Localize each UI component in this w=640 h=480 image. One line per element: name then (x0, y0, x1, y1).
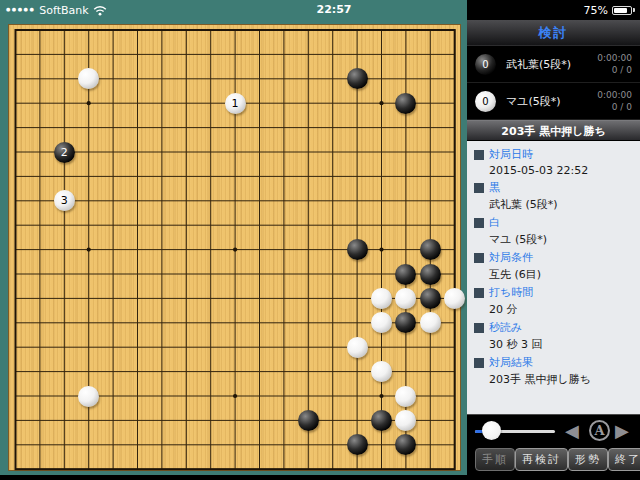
player-list: 0武礼葉(5段*)0:00:000 / 00マユ(5段*)0:00:000 / … (467, 46, 640, 120)
bottom-strip (0, 475, 640, 480)
go-board[interactable]: 123 (8, 24, 461, 471)
bullet-square-icon (474, 253, 484, 263)
info-value: 30 秒 3 回 (489, 337, 633, 352)
player-clock: 0:00:000 / 0 (597, 89, 632, 113)
battery-percent-label: 75% (584, 4, 608, 17)
go-stone-white (78, 386, 99, 407)
go-stone-black (347, 434, 368, 455)
next-move-button[interactable]: ▶ (615, 419, 629, 443)
info-label: 黒 (489, 180, 500, 195)
app-screen: ●●●●● SoftBank 22:57 75% 123 検討 0武礼葉(5段*… (0, 0, 640, 480)
game-info-list: 対局日時2015-05-03 22:52黒武礼葉 (5段*)白マユ (5段*)対… (467, 141, 640, 414)
go-stone-black: 2 (54, 142, 75, 163)
black-stone-capture-icon: 0 (475, 54, 496, 75)
playback-controls: ◀ A ▶ (467, 414, 640, 447)
info-item: 白マユ (5段*) (474, 215, 633, 247)
result-header-bar: 203手 黒中押し勝ち (467, 120, 640, 141)
go-stone-black (347, 68, 368, 89)
player-name: 武礼葉(5段*) (506, 57, 571, 72)
info-item: 対局日時2015-05-03 22:52 (474, 147, 633, 177)
player-clock: 0:00:000 / 0 (597, 52, 632, 76)
info-label: 秒読み (489, 320, 522, 335)
info-value: 互先 (6目) (489, 267, 633, 282)
player-time: 0:00:00 (597, 52, 632, 64)
go-stone-black (395, 93, 416, 114)
info-value: 20 分 (489, 302, 633, 317)
info-label: 対局条件 (489, 250, 533, 265)
info-value: マユ (5段*) (489, 232, 633, 247)
go-stone-black (371, 410, 392, 431)
player-row[interactable]: 0マユ(5段*)0:00:000 / 0 (467, 83, 640, 120)
exit-button[interactable]: 終了 (608, 448, 640, 471)
bullet-square-icon (474, 358, 484, 368)
info-value: 2015-05-03 22:52 (489, 164, 633, 177)
go-stone-white: 1 (225, 93, 246, 114)
go-stone-black (420, 239, 441, 260)
battery-tip-icon (633, 8, 635, 12)
bullet-square-icon (474, 288, 484, 298)
info-value: 武礼葉 (5段*) (489, 197, 633, 212)
prev-move-button[interactable]: ◀ (565, 419, 579, 443)
go-stone-black (420, 264, 441, 285)
clock-label: 22:57 (14, 0, 640, 20)
go-stone-white: 3 (54, 190, 75, 211)
battery-icon (612, 6, 632, 15)
info-item: 黒武礼葉 (5段*) (474, 180, 633, 212)
review-button[interactable]: 検討 (467, 20, 640, 46)
go-stone-white (395, 386, 416, 407)
info-value: 203手 黒中押し勝ち (489, 372, 633, 387)
status-bar-battery: 75% (584, 0, 635, 20)
info-item: 秒読み30 秒 3 回 (474, 320, 633, 352)
auto-play-button[interactable]: A (589, 420, 610, 441)
go-stone-white (371, 288, 392, 309)
info-label: 対局日時 (489, 147, 533, 162)
go-stone-white (347, 337, 368, 358)
bullet-square-icon (474, 218, 484, 228)
go-stone-black (420, 288, 441, 309)
info-label: 対局結果 (489, 355, 533, 370)
info-item: 打ち時間20 分 (474, 285, 633, 317)
status-bar: ●●●●● SoftBank 22:57 75% (0, 0, 640, 20)
go-stone-white (444, 288, 465, 309)
info-label: 白 (489, 215, 500, 230)
player-time: 0:00:00 (597, 89, 632, 101)
bullet-square-icon (474, 323, 484, 333)
sidebar: 検討 0武礼葉(5段*)0:00:000 / 00マユ(5段*)0:00:000… (467, 20, 640, 480)
white-stone-capture-icon: 0 (475, 91, 496, 112)
moves-button[interactable]: 手順 (475, 448, 515, 471)
re-review-button[interactable]: 再検討 (515, 448, 568, 471)
info-item: 対局条件互先 (6目) (474, 250, 633, 282)
player-name: マユ(5段*) (506, 94, 561, 109)
score-estimate-button[interactable]: 形勢 (568, 448, 608, 471)
info-item: 対局結果203手 黒中押し勝ち (474, 355, 633, 387)
player-row[interactable]: 0武礼葉(5段*)0:00:000 / 0 (467, 46, 640, 83)
go-stone-black (298, 410, 319, 431)
go-stone-black (347, 239, 368, 260)
bullet-square-icon (474, 183, 484, 193)
bullet-square-icon (474, 150, 484, 160)
player-periods: 0 / 0 (597, 64, 632, 76)
slider-thumb[interactable] (482, 421, 501, 440)
info-label: 打ち時間 (489, 285, 533, 300)
player-periods: 0 / 0 (597, 101, 632, 113)
go-stone-white (420, 312, 441, 333)
go-stone-white (371, 361, 392, 382)
go-stone-black (395, 264, 416, 285)
